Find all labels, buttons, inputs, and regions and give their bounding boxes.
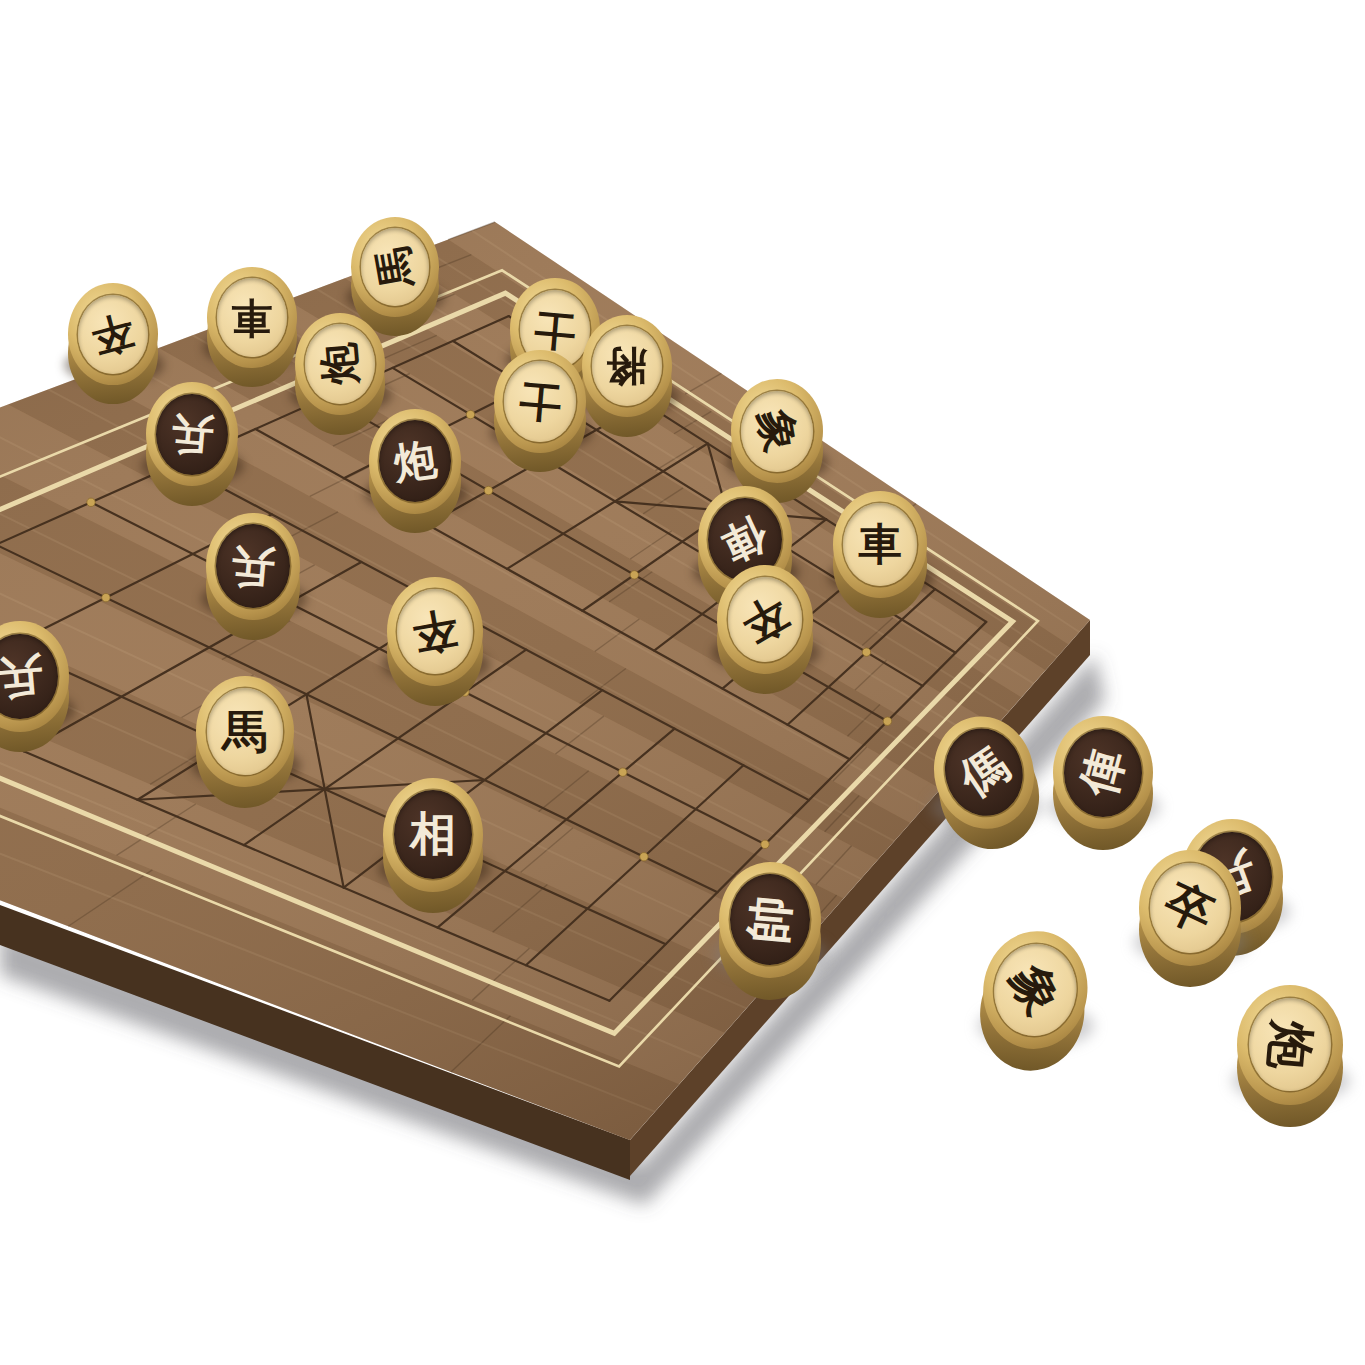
piece-top: 馬 xyxy=(351,217,439,317)
piece-top: 炮 xyxy=(1237,985,1342,1104)
glyph-chariot: 車 xyxy=(231,297,272,338)
glyph-soldier: 卒 xyxy=(88,309,139,360)
piece-top: 相 xyxy=(383,778,484,892)
glyph-general: 將 xyxy=(606,345,648,387)
piece-face: 卒 xyxy=(1150,863,1230,953)
piece-face: 傌 xyxy=(936,721,1032,825)
piece-face: 馬 xyxy=(207,688,284,775)
piece-dark-general[interactable]: 帥 xyxy=(719,862,822,983)
glyph-soldier: 卒 xyxy=(409,606,460,657)
piece-top: 卒 xyxy=(1139,850,1241,966)
piece-light-elephant[interactable]: 象 xyxy=(975,924,1095,1060)
glyph-horse: 傌 xyxy=(953,741,1016,804)
glyph-cannon: 炮 xyxy=(1264,1019,1317,1072)
glyph-general: 帥 xyxy=(744,894,795,945)
piece-dark-chariot[interactable]: 俥 xyxy=(1053,716,1152,833)
piece-top: 士 xyxy=(494,350,585,453)
glyph-horse: 馬 xyxy=(222,709,267,754)
piece-light-soldier[interactable]: 卒 xyxy=(1139,850,1241,971)
glyph-chariot: 車 xyxy=(858,523,901,566)
piece-face: 象 xyxy=(989,939,1082,1041)
glyph-elephant: 象 xyxy=(753,407,802,456)
piece-face: 兵 xyxy=(216,524,290,608)
piece-face: 帥 xyxy=(730,874,810,965)
glyph-soldier: 卒 xyxy=(1159,876,1222,939)
piece-light-horse[interactable]: 馬 xyxy=(196,676,294,792)
piece-light-advisor[interactable]: 士 xyxy=(494,350,585,458)
glyph-elephant: 相 xyxy=(410,811,456,857)
glyph-advisor: 士 xyxy=(533,307,578,352)
glyph-elephant: 象 xyxy=(1003,958,1067,1022)
piece-dark-soldier[interactable]: 兵 xyxy=(146,382,238,491)
piece-face: 馬 xyxy=(361,228,430,306)
piece-light-general[interactable]: 將 xyxy=(582,315,672,422)
piece-face: 卒 xyxy=(728,577,803,662)
piece-top: 馬 xyxy=(196,676,294,788)
piece-top: 兵 xyxy=(146,382,238,486)
piece-top: 車 xyxy=(833,491,927,598)
glyph-advisor: 士 xyxy=(517,378,562,423)
piece-face: 炮 xyxy=(305,324,376,404)
piece-face: 炮 xyxy=(379,420,451,502)
piece-top: 兵 xyxy=(206,513,301,620)
piece-face: 兵 xyxy=(156,394,228,475)
glyph-soldier: 卒 xyxy=(735,589,795,649)
piece-light-soldier[interactable]: 卒 xyxy=(717,565,813,678)
piece-face: 卒 xyxy=(397,589,472,674)
piece-face: 相 xyxy=(394,790,473,879)
piece-face: 卒 xyxy=(78,295,148,374)
piece-top: 炮 xyxy=(295,313,385,415)
glyph-soldier: 兵 xyxy=(0,652,44,700)
piece-light-soldier[interactable]: 卒 xyxy=(68,283,158,389)
piece-top: 俥 xyxy=(1053,716,1152,829)
glyph-chariot: 俥 xyxy=(1075,745,1131,801)
piece-top: 炮 xyxy=(369,409,462,514)
photo-canvas: 馬車士卒炮將士象兵炮俥車兵卒卒兵馬傌俥相兵卒帥象炮 xyxy=(0,0,1365,1365)
piece-dark-soldier[interactable]: 兵 xyxy=(206,513,301,625)
piece-light-soldier[interactable]: 卒 xyxy=(387,577,483,691)
piece-light-cannon[interactable]: 炮 xyxy=(1237,985,1342,1109)
glyph-cannon: 炮 xyxy=(391,437,439,485)
piece-face: 車 xyxy=(843,503,917,586)
piece-face: 將 xyxy=(592,326,663,406)
piece-dark-soldier[interactable]: 兵 xyxy=(0,621,69,736)
piece-face: 士 xyxy=(504,361,575,442)
glyph-horse: 馬 xyxy=(371,244,418,291)
piece-light-horse[interactable]: 馬 xyxy=(351,217,439,321)
piece-top: 卒 xyxy=(68,283,158,385)
piece-top: 帥 xyxy=(719,862,822,978)
piece-top: 車 xyxy=(207,267,296,368)
glyph-cannon: 炮 xyxy=(317,342,362,387)
piece-light-cannon[interactable]: 炮 xyxy=(295,313,385,420)
piece-face: 炮 xyxy=(1249,998,1331,1091)
piece-light-chariot[interactable]: 車 xyxy=(833,491,927,602)
piece-top: 卒 xyxy=(387,577,483,686)
piece-face: 俥 xyxy=(1064,729,1142,817)
piece-face: 象 xyxy=(741,391,813,472)
piece-light-elephant[interactable]: 象 xyxy=(731,379,823,487)
piece-light-chariot[interactable]: 車 xyxy=(207,267,296,372)
piece-top: 將 xyxy=(582,315,672,417)
glyph-soldier: 兵 xyxy=(229,543,276,590)
piece-dark-elephant[interactable]: 相 xyxy=(383,778,484,897)
glyph-chariot: 俥 xyxy=(716,511,774,569)
glyph-soldier: 兵 xyxy=(169,411,215,457)
piece-face: 兵 xyxy=(0,634,58,720)
piece-top: 卒 xyxy=(717,565,813,674)
piece-top: 象 xyxy=(731,379,823,483)
piece-face: 車 xyxy=(217,278,287,357)
piece-dark-cannon[interactable]: 炮 xyxy=(369,409,462,518)
